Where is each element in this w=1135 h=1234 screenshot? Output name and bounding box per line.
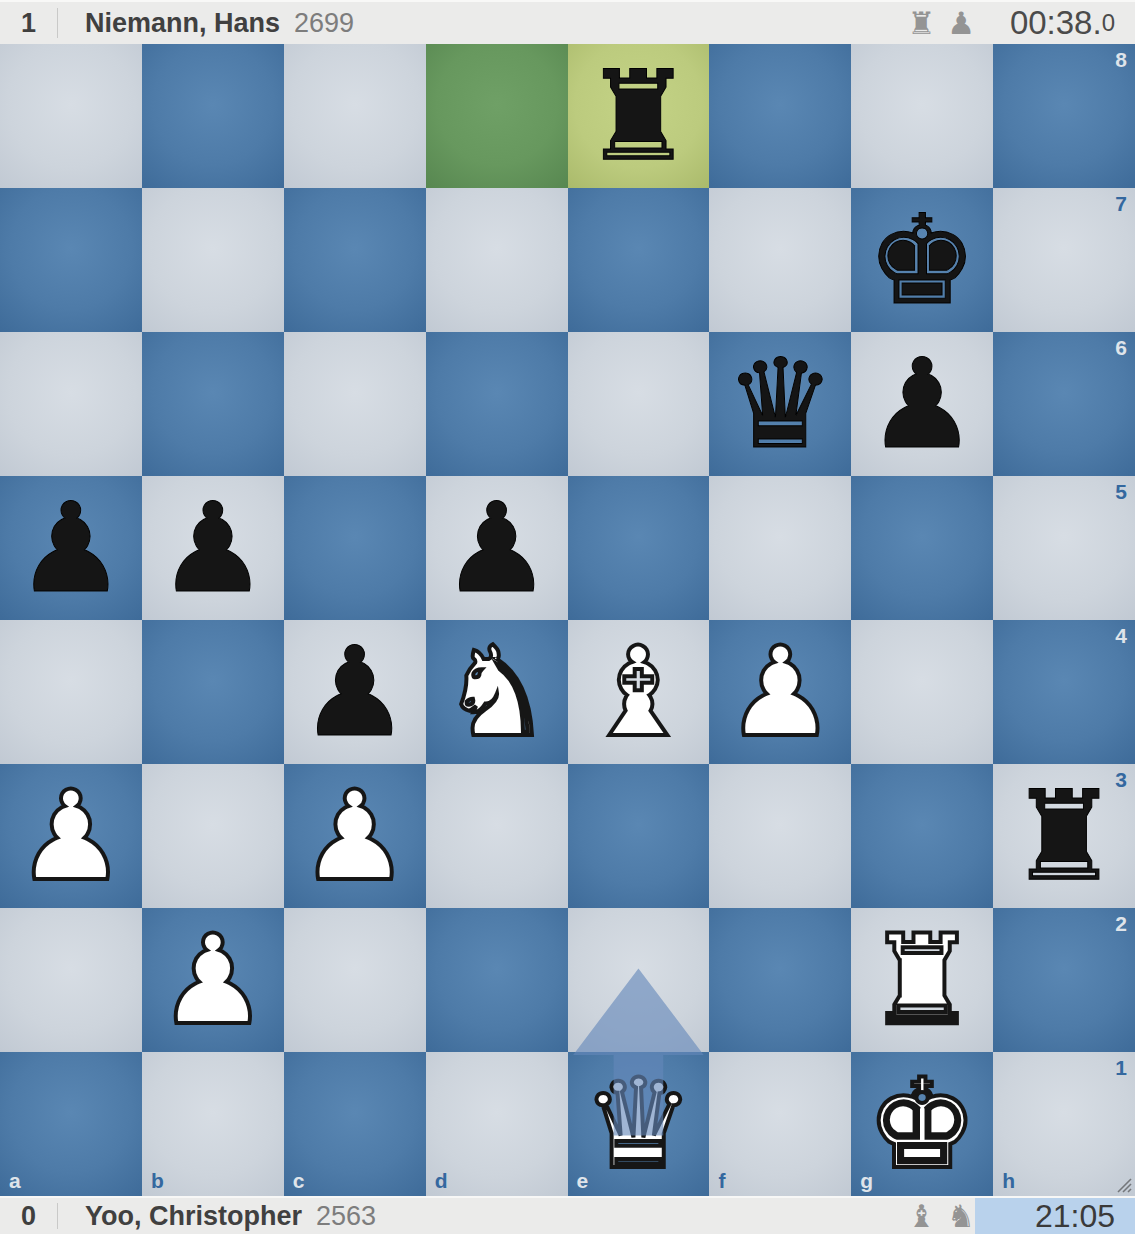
square-f1[interactable]: f [709,1052,851,1196]
resize-grip-lines [1118,1179,1131,1192]
square-e7[interactable] [568,188,710,332]
square-h5[interactable]: 5 [993,476,1135,620]
square-b4[interactable] [142,620,284,764]
square-c1[interactable]: c [284,1052,426,1196]
top-captured-pieces: ♜♟ [907,8,975,39]
rank-label-8: 8 [1115,49,1127,70]
clock-tenths: 0 [1102,9,1115,37]
rank-label-2: 2 [1115,913,1127,934]
square-g8[interactable] [851,44,993,188]
captured-knight-icon: ♞ [947,1201,975,1232]
clock-main: 00:38. [1010,4,1102,42]
board-resize-handle[interactable] [1110,1171,1132,1193]
square-g1[interactable]: g♚ [851,1052,993,1196]
bottom-player-clock: 21:05 [975,1198,1135,1234]
square-c5[interactable] [284,476,426,620]
rank-label-5: 5 [1115,481,1127,502]
square-g4[interactable] [851,620,993,764]
square-f6[interactable]: ♛ [709,332,851,476]
captured-pawn-icon: ♟ [947,8,975,39]
square-b2[interactable]: ♟ [142,908,284,1052]
rank-label-1: 1 [1115,1057,1127,1078]
piece-white-bishop[interactable]: ♝ [568,620,710,764]
piece-black-pawn[interactable]: ♟ [0,476,142,620]
square-d3[interactable] [426,764,568,908]
file-label-c: c [293,1170,305,1191]
square-b6[interactable] [142,332,284,476]
square-e2[interactable] [568,908,710,1052]
piece-white-rook[interactable]: ♜ [851,908,993,1052]
piece-black-king[interactable]: ♚ [851,188,993,332]
square-f5[interactable] [709,476,851,620]
square-g3[interactable] [851,764,993,908]
bar-divider [57,8,58,38]
top-player-bar: 1 Niemann, Hans 2699 ♜♟ 00:38.0 [0,0,1135,44]
square-g6[interactable]: ♟ [851,332,993,476]
square-f4[interactable]: ♟ [709,620,851,764]
square-a1[interactable]: a [0,1052,142,1196]
square-a8[interactable] [0,44,142,188]
piece-black-pawn[interactable]: ♟ [142,476,284,620]
file-label-h: h [1002,1170,1015,1191]
bottom-player-name: Yoo, Christopher [85,1201,302,1232]
bar-divider [57,1203,58,1229]
square-h6[interactable]: 6 [993,332,1135,476]
square-d8[interactable] [426,44,568,188]
rank-label-6: 6 [1115,337,1127,358]
piece-black-pawn[interactable]: ♟ [851,332,993,476]
captured-bishop-icon: ♝ [907,1201,935,1232]
piece-black-pawn[interactable]: ♟ [426,476,568,620]
square-h2[interactable]: 2 [993,908,1135,1052]
square-g7[interactable]: ♚ [851,188,993,332]
top-player-clock: 00:38.0 [975,2,1135,44]
captured-rook-icon: ♜ [907,8,935,39]
square-d6[interactable] [426,332,568,476]
square-b8[interactable] [142,44,284,188]
piece-black-pawn[interactable]: ♟ [284,620,426,764]
square-a6[interactable] [0,332,142,476]
square-d2[interactable] [426,908,568,1052]
square-b3[interactable] [142,764,284,908]
square-h3[interactable]: 3♜ [993,764,1135,908]
square-c7[interactable] [284,188,426,332]
bottom-player-bar: 0 Yoo, Christopher 2563 ♝♞ 21:05 [0,1196,1135,1234]
square-b7[interactable] [142,188,284,332]
square-g5[interactable] [851,476,993,620]
top-player-score: 1 [0,8,57,39]
rank-label-4: 4 [1115,625,1127,646]
file-label-b: b [151,1170,164,1191]
square-d4[interactable]: ♞ [426,620,568,764]
piece-white-king[interactable]: ♚ [851,1052,993,1196]
square-e6[interactable] [568,332,710,476]
square-b5[interactable]: ♟ [142,476,284,620]
square-e4[interactable]: ♝ [568,620,710,764]
piece-black-rook[interactable]: ♜ [568,44,710,188]
piece-white-pawn[interactable]: ♟ [284,764,426,908]
file-label-d: d [435,1170,448,1191]
square-h4[interactable]: 4 [993,620,1135,764]
bottom-captured-pieces: ♝♞ [907,1201,975,1232]
square-c3[interactable]: ♟ [284,764,426,908]
piece-white-knight[interactable]: ♞ [426,620,568,764]
square-c4[interactable]: ♟ [284,620,426,764]
square-f7[interactable] [709,188,851,332]
bottom-player-score: 0 [0,1201,57,1232]
square-a7[interactable] [0,188,142,332]
piece-black-rook[interactable]: ♜ [993,764,1135,908]
square-h8[interactable]: 8 [993,44,1135,188]
square-d5[interactable]: ♟ [426,476,568,620]
clock-main: 21:05 [1035,1198,1115,1234]
square-d1[interactable]: d [426,1052,568,1196]
square-e1[interactable]: e♛ [568,1052,710,1196]
square-e3[interactable] [568,764,710,908]
piece-white-pawn[interactable]: ♟ [142,908,284,1052]
chess-board[interactable]: ♜8♚7♛♟6♟♟♟5♟♞♝♟4♟♟3♜♟♜2abcde♛fg♚1h [0,44,1135,1196]
file-label-a: a [9,1170,21,1191]
square-a4[interactable] [0,620,142,764]
square-f2[interactable] [709,908,851,1052]
square-c8[interactable] [284,44,426,188]
piece-black-queen[interactable]: ♛ [709,332,851,476]
square-f8[interactable] [709,44,851,188]
rank-label-7: 7 [1115,193,1127,214]
square-c2[interactable] [284,908,426,1052]
bottom-player-rating: 2563 [316,1201,376,1232]
piece-white-pawn[interactable]: ♟ [0,764,142,908]
square-a3[interactable]: ♟ [0,764,142,908]
square-a2[interactable] [0,908,142,1052]
square-b1[interactable]: b [142,1052,284,1196]
square-c6[interactable] [284,332,426,476]
piece-white-pawn[interactable]: ♟ [709,620,851,764]
square-e8[interactable]: ♜ [568,44,710,188]
square-a5[interactable]: ♟ [0,476,142,620]
square-g2[interactable]: ♜ [851,908,993,1052]
piece-white-queen[interactable]: ♛ [568,1052,710,1196]
top-player-rating: 2699 [294,8,354,39]
square-f3[interactable] [709,764,851,908]
square-h7[interactable]: 7 [993,188,1135,332]
top-player-name: Niemann, Hans [85,8,280,39]
file-label-f: f [718,1170,725,1191]
square-d7[interactable] [426,188,568,332]
square-e5[interactable] [568,476,710,620]
